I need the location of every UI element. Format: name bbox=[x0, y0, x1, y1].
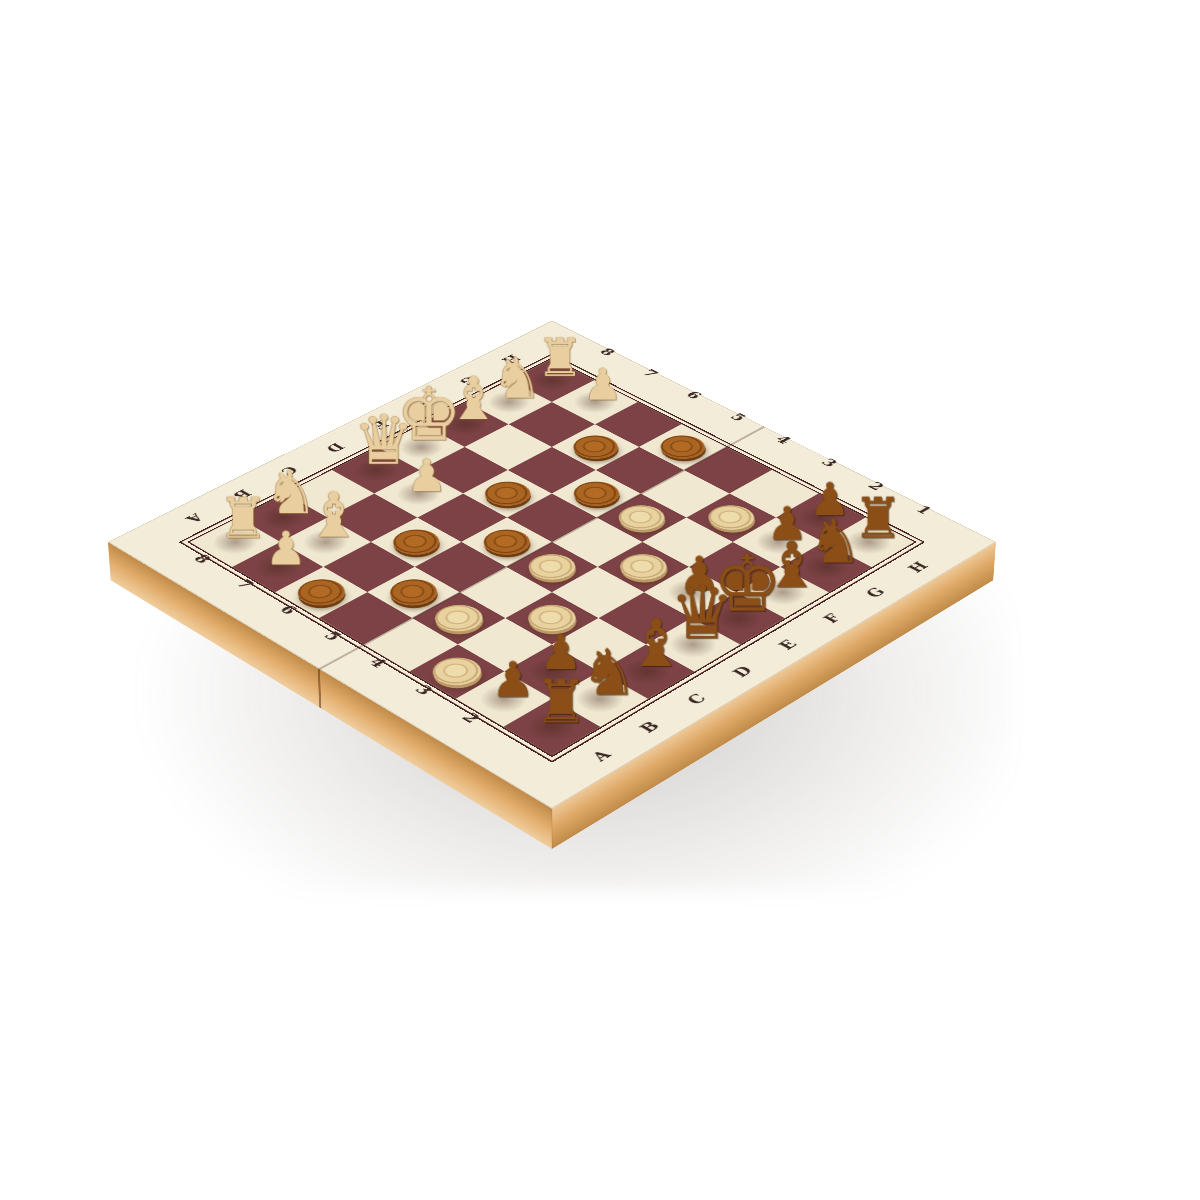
checker-light-e3[interactable] bbox=[611, 549, 677, 585]
rank-label-5: 5 bbox=[699, 411, 750, 438]
piece-light-rook-a8[interactable]: ♜ bbox=[218, 491, 268, 547]
checker-light-d4[interactable] bbox=[519, 549, 585, 585]
square-a6[interactable] bbox=[275, 567, 367, 618]
product-photo-scene: ABCDEFGH ABCDEFGH 87654321 87654321 ♜♞♛♚… bbox=[0, 0, 1200, 1200]
rank-label-6: 6 bbox=[655, 389, 706, 416]
checker-dark-f5[interactable] bbox=[564, 477, 628, 511]
piece-dark-pawn-a2[interactable]: ♟ bbox=[491, 655, 535, 704]
square-g4[interactable] bbox=[641, 470, 730, 517]
rank-label-4: 4 bbox=[744, 433, 795, 461]
piece-dark-knight-b1[interactable]: ♞ bbox=[581, 640, 638, 704]
piece-light-pawn-d7[interactable]: ♟ bbox=[407, 453, 448, 498]
checker-dark-d5[interactable] bbox=[474, 524, 539, 559]
piece-dark-rook-a1[interactable]: ♜ bbox=[534, 672, 588, 732]
piece-light-pawn-a7[interactable]: ♟ bbox=[265, 525, 307, 572]
piece-light-rook-h8[interactable]: ♜ bbox=[536, 332, 583, 385]
piece-light-bishop-b7[interactable]: ♝ bbox=[306, 485, 362, 547]
piece-light-pawn-h7[interactable]: ♟ bbox=[583, 363, 622, 407]
